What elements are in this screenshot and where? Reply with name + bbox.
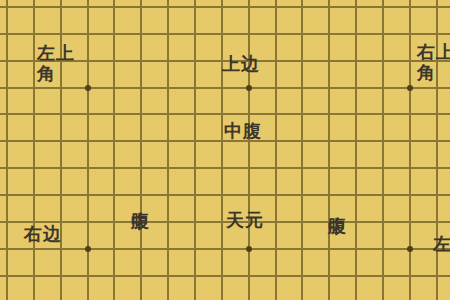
region-label-center-right: 中腹: [327, 202, 348, 204]
grid-line-horizontal: [0, 33, 450, 35]
region-label-tengen: 天元: [226, 209, 264, 230]
star-point: [85, 246, 91, 252]
region-label-center-upper: 中腹: [224, 120, 262, 141]
region-label-top-left-corner: 左上角: [37, 42, 77, 84]
grid-line-horizontal: [0, 194, 450, 196]
region-label-left-side: 左边: [433, 233, 450, 254]
grid-line-horizontal: [0, 6, 450, 8]
grid-line-horizontal: [0, 221, 450, 223]
grid-line-horizontal: [0, 248, 450, 250]
star-point: [246, 246, 252, 252]
grid-line-vertical: [409, 0, 411, 300]
grid-line-vertical: [301, 0, 303, 300]
grid-line-vertical: [248, 0, 250, 300]
grid-line-vertical: [140, 0, 142, 300]
grid-line-horizontal: [0, 113, 450, 115]
grid-line-horizontal: [0, 275, 450, 277]
grid-line-vertical: [221, 0, 223, 300]
go-board-diagram: 左上角上边右上角中腹右边中腹天元中腹左边: [0, 0, 450, 300]
grid-line-vertical: [328, 0, 330, 300]
star-point: [407, 85, 413, 91]
grid-line-vertical: [355, 0, 357, 300]
grid-line-vertical: [194, 0, 196, 300]
grid-line-horizontal: [0, 87, 450, 89]
grid-line-vertical: [382, 0, 384, 300]
region-label-center-left: 中腹: [130, 197, 151, 199]
grid-line-vertical: [33, 0, 35, 300]
star-point: [407, 246, 413, 252]
star-point: [85, 85, 91, 91]
grid-line-horizontal: [0, 167, 450, 169]
star-point: [246, 85, 252, 91]
grid-line-vertical: [87, 0, 89, 300]
grid-line-vertical: [167, 0, 169, 300]
region-label-top-right-corner: 右上角: [417, 41, 450, 83]
region-label-right-side: 右边: [24, 223, 62, 244]
grid-line-vertical: [113, 0, 115, 300]
grid-line-vertical: [6, 0, 8, 300]
region-label-top-side: 上边: [222, 53, 260, 74]
grid-line-vertical: [275, 0, 277, 300]
